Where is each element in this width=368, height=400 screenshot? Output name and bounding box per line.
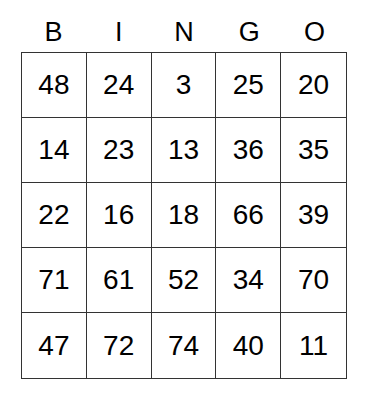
cell-r5c3[interactable]: 74	[152, 313, 217, 378]
bingo-header: BINGO	[21, 0, 347, 52]
header-letter-n: N	[151, 12, 216, 52]
cell-r2c3[interactable]: 13	[152, 118, 217, 183]
bingo-grid: 4824325201423133635221618663971615234704…	[21, 52, 347, 379]
cell-r5c5[interactable]: 11	[281, 313, 346, 378]
cell-r1c2[interactable]: 24	[87, 53, 152, 118]
cell-r1c3[interactable]: 3	[152, 53, 217, 118]
cell-r2c5[interactable]: 35	[281, 118, 346, 183]
cell-r5c2[interactable]: 72	[87, 313, 152, 378]
cell-r1c1[interactable]: 48	[22, 53, 87, 118]
cell-r3c2[interactable]: 16	[87, 183, 152, 248]
cell-r4c2[interactable]: 61	[87, 248, 152, 313]
cell-r2c1[interactable]: 14	[22, 118, 87, 183]
cell-r2c4[interactable]: 36	[216, 118, 281, 183]
cell-r4c4[interactable]: 34	[216, 248, 281, 313]
cell-r4c1[interactable]: 71	[22, 248, 87, 313]
cell-r4c5[interactable]: 70	[281, 248, 346, 313]
cell-r2c2[interactable]: 23	[87, 118, 152, 183]
cell-r1c5[interactable]: 20	[281, 53, 346, 118]
bingo-card: BINGO 4824325201423133635221618663971615…	[21, 0, 347, 379]
cell-r1c4[interactable]: 25	[216, 53, 281, 118]
cell-r5c1[interactable]: 47	[22, 313, 87, 378]
cell-r5c4[interactable]: 40	[216, 313, 281, 378]
header-letter-o: O	[282, 12, 347, 52]
cell-r3c1[interactable]: 22	[22, 183, 87, 248]
cell-r3c5[interactable]: 39	[281, 183, 346, 248]
cell-r3c3[interactable]: 18	[152, 183, 217, 248]
header-letter-g: G	[217, 12, 282, 52]
cell-r3c4[interactable]: 66	[216, 183, 281, 248]
header-letter-i: I	[86, 12, 151, 52]
cell-r4c3[interactable]: 52	[152, 248, 217, 313]
header-letter-b: B	[21, 12, 86, 52]
